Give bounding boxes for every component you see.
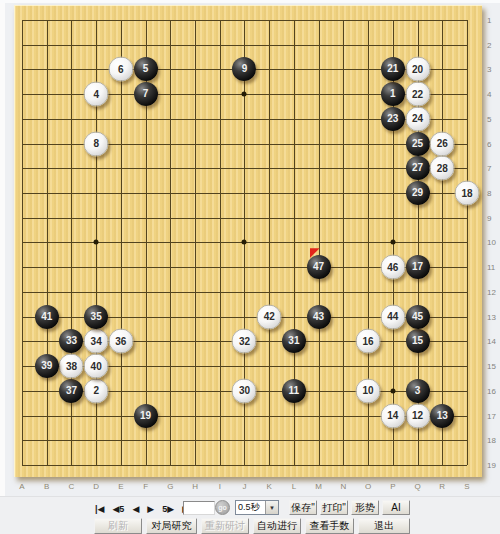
- black-stone: 3: [406, 379, 430, 403]
- column-label: B: [44, 482, 49, 491]
- black-stone: 35: [84, 305, 108, 329]
- column-label: P: [390, 482, 395, 491]
- move-number: 7: [143, 89, 149, 99]
- black-stone: 29: [406, 181, 430, 205]
- move-number: 41: [41, 312, 52, 322]
- column-label: A: [19, 482, 24, 491]
- move-number: 14: [387, 411, 398, 421]
- delay-select-value: 0.5秒: [236, 501, 265, 514]
- black-stone: 5: [134, 57, 158, 81]
- white-stone: 42: [257, 304, 282, 329]
- column-label: H: [192, 482, 198, 491]
- column-label: G: [167, 482, 173, 491]
- black-stone: 21: [381, 57, 405, 81]
- grid-line-vertical: [442, 20, 443, 465]
- white-stone: 28: [430, 156, 455, 181]
- black-stone: 27: [406, 156, 430, 180]
- nav-forward-button[interactable]: ▶: [147, 505, 154, 514]
- go-board[interactable]: 1234567891011121314151617181920212223242…: [14, 5, 482, 477]
- white-stone: 16: [356, 329, 381, 354]
- exit-button[interactable]: 退出: [358, 518, 410, 534]
- black-stone: 43: [307, 305, 331, 329]
- black-stone: 45: [406, 305, 430, 329]
- action-buttons-row2: 刷新对局研究重新研讨自动进行查看手数退出: [94, 518, 410, 534]
- row-label: 9: [487, 213, 491, 222]
- column-label: M: [315, 482, 322, 491]
- row-label: 8: [487, 189, 491, 198]
- white-stone: 18: [454, 181, 479, 206]
- star-point: [242, 92, 247, 97]
- row-label: 4: [487, 90, 491, 99]
- move-number: 24: [412, 114, 423, 124]
- black-stone: 1: [381, 82, 405, 106]
- move-navigation: |◀◀5◀▶5▶▶|: [95, 502, 192, 516]
- go-review-window: 1234567891011121314151617181920212223242…: [0, 0, 500, 534]
- move-number: 34: [91, 336, 102, 346]
- move-number: 35: [91, 312, 102, 322]
- control-panel: |◀◀5◀▶5▶▶| go 0.5秒 ▼ 保存"打印"形势AI 刷新对局研究重新…: [0, 496, 500, 534]
- row-label: 18: [487, 436, 496, 445]
- white-stone: 22: [405, 82, 430, 107]
- move-number: 20: [412, 64, 423, 74]
- black-stone: 33: [59, 329, 83, 353]
- move-number: 39: [41, 361, 52, 371]
- move-number: 46: [387, 262, 398, 272]
- column-label: I: [219, 482, 221, 491]
- white-stone: 34: [84, 329, 109, 354]
- move-number: 36: [115, 336, 126, 346]
- delay-select[interactable]: 0.5秒 ▼: [235, 500, 279, 515]
- chevron-down-icon[interactable]: ▼: [265, 501, 278, 514]
- white-stone: 6: [108, 57, 133, 82]
- nav-forward-5-button[interactable]: 5▶: [162, 505, 174, 514]
- white-stone: 32: [232, 329, 257, 354]
- move-number: 5: [143, 64, 149, 74]
- move-number: 16: [363, 336, 374, 346]
- move-number: 4: [93, 89, 99, 99]
- white-stone: 10: [356, 378, 381, 403]
- move-number: 28: [437, 163, 448, 173]
- move-number: 44: [387, 312, 398, 322]
- row-label: 14: [487, 337, 496, 346]
- row-label: 15: [487, 362, 496, 371]
- star-point: [242, 240, 247, 245]
- move-number: 38: [66, 361, 77, 371]
- column-label: K: [267, 482, 272, 491]
- move-number: 43: [313, 312, 324, 322]
- go-button[interactable]: go: [215, 500, 230, 515]
- grid-line-horizontal: [22, 465, 467, 466]
- star-point: [390, 388, 395, 393]
- nav-back-button[interactable]: ◀: [132, 505, 139, 514]
- black-stone: 41: [35, 305, 59, 329]
- move-number: 2: [93, 386, 99, 396]
- re-discuss-button: 重新研讨: [201, 518, 249, 534]
- white-stone: 24: [405, 106, 430, 131]
- move-number: 31: [288, 336, 299, 346]
- move-number: 47: [313, 262, 324, 272]
- game-research-button[interactable]: 对局研究: [146, 518, 197, 534]
- move-number: 40: [91, 361, 102, 371]
- move-number: 13: [437, 411, 448, 421]
- move-number: 15: [412, 336, 423, 346]
- white-stone: 40: [84, 354, 109, 379]
- move-number: 11: [289, 386, 300, 396]
- move-number: 6: [118, 64, 124, 74]
- move-number: 26: [437, 139, 448, 149]
- move-number: 1: [390, 89, 396, 99]
- black-stone: 37: [59, 379, 83, 403]
- white-stone: 46: [380, 255, 405, 280]
- black-stone: 23: [381, 107, 405, 131]
- star-point: [390, 240, 395, 245]
- row-label: 19: [487, 460, 496, 469]
- move-number: 32: [239, 336, 250, 346]
- row-label: 7: [487, 164, 491, 173]
- grid-line-vertical: [467, 20, 468, 465]
- black-stone: 17: [406, 255, 430, 279]
- move-number: 42: [264, 312, 275, 322]
- column-label: F: [143, 482, 148, 491]
- grid-line-horizontal: [22, 440, 467, 441]
- move-number: 22: [412, 89, 423, 99]
- column-label: D: [93, 482, 99, 491]
- row-label: 5: [487, 114, 491, 123]
- situation-button[interactable]: 形势: [351, 500, 379, 515]
- move-number: 3: [415, 386, 421, 396]
- move-number: 27: [412, 163, 423, 173]
- column-label: J: [242, 482, 246, 491]
- grid-line-vertical: [343, 20, 344, 465]
- black-stone: 31: [282, 329, 306, 353]
- save-button[interactable]: 保存": [289, 500, 317, 515]
- refresh-button: 刷新: [94, 518, 142, 534]
- row-label: 13: [487, 312, 496, 321]
- white-stone: 36: [108, 329, 133, 354]
- row-label: 12: [487, 287, 496, 296]
- move-number: 19: [140, 411, 151, 421]
- white-stone: 2: [84, 378, 109, 403]
- column-label: Q: [414, 482, 420, 491]
- nav-first-button[interactable]: |◀: [95, 505, 104, 514]
- white-stone: 44: [380, 304, 405, 329]
- row-label: 1: [487, 16, 491, 25]
- move-number: 29: [412, 188, 423, 198]
- move-number-input[interactable]: [183, 501, 215, 515]
- column-label: N: [340, 482, 346, 491]
- column-label: S: [464, 482, 469, 491]
- row-label: 2: [487, 40, 491, 49]
- move-number: 10: [363, 386, 374, 396]
- black-stone: 39: [35, 354, 59, 378]
- black-stone: 9: [232, 57, 256, 81]
- move-number: 21: [387, 64, 398, 74]
- white-stone: 30: [232, 378, 257, 403]
- white-stone: 12: [405, 403, 430, 428]
- row-label: 6: [487, 139, 491, 148]
- move-number: 17: [412, 262, 423, 272]
- column-label: O: [365, 482, 371, 491]
- auto-play-button[interactable]: 自动进行: [253, 518, 301, 534]
- row-label: 16: [487, 386, 496, 395]
- grid-line-vertical: [319, 20, 320, 465]
- black-stone: 15: [406, 329, 430, 353]
- view-move-numbers-button[interactable]: 查看手数: [305, 518, 354, 534]
- row-label: 10: [487, 238, 496, 247]
- star-point: [94, 240, 99, 245]
- grid-line-horizontal: [22, 292, 467, 293]
- white-stone: 14: [380, 403, 405, 428]
- move-number: 9: [242, 64, 248, 74]
- black-stone: 13: [430, 404, 454, 428]
- black-stone: 19: [134, 404, 158, 428]
- column-label: E: [118, 482, 123, 491]
- grid-line-vertical: [269, 20, 270, 465]
- nav-back-5-button[interactable]: ◀5: [112, 505, 124, 514]
- column-label: R: [439, 482, 445, 491]
- ai-button[interactable]: AI: [382, 500, 410, 515]
- move-number: 18: [461, 188, 472, 198]
- move-number: 37: [66, 386, 77, 396]
- white-stone: 26: [430, 131, 455, 156]
- move-number: 30: [239, 386, 250, 396]
- black-stone: 11: [282, 379, 306, 403]
- white-stone: 8: [84, 131, 109, 156]
- move-number: 23: [387, 114, 398, 124]
- row-label: 17: [487, 411, 496, 420]
- white-stone: 20: [405, 57, 430, 82]
- print-button[interactable]: 打印": [320, 500, 348, 515]
- action-buttons-row1: 保存"打印"形势AI: [289, 500, 410, 515]
- move-number: 8: [93, 139, 99, 149]
- column-label: C: [69, 482, 75, 491]
- row-label: 3: [487, 65, 491, 74]
- move-number: 25: [412, 139, 423, 149]
- black-stone: 7: [134, 82, 158, 106]
- column-label: L: [292, 482, 296, 491]
- white-stone: 38: [59, 354, 84, 379]
- move-number: 33: [66, 336, 77, 346]
- row-label: 11: [487, 263, 495, 272]
- black-stone: 47: [307, 255, 331, 279]
- white-stone: 4: [84, 82, 109, 107]
- move-number: 45: [412, 312, 423, 322]
- move-number: 12: [412, 411, 423, 421]
- black-stone: 25: [406, 132, 430, 156]
